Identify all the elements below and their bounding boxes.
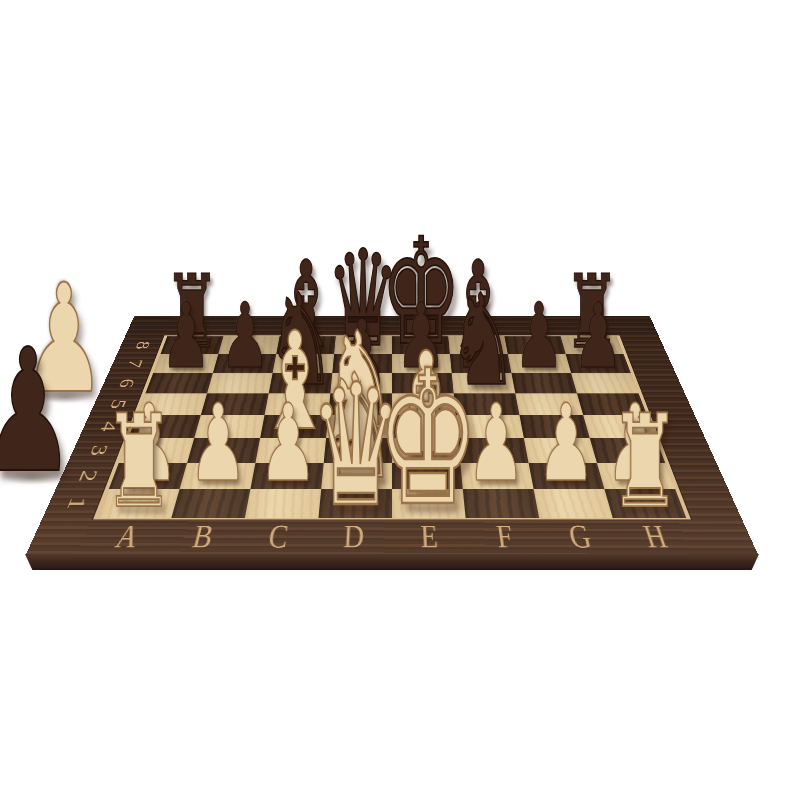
pieces-layer: ♜♝♛♚♝♜♟♟♟♟♟♟♞♟♞♝♞♟♝♟♟♟♞♟♟♟♜♛♚♜♟♟ xyxy=(0,0,800,800)
piece-white-rook-h1[interactable]: ♜ xyxy=(587,398,702,526)
captured-black-pawn[interactable]: ♟ xyxy=(0,326,104,496)
piece-black-pawn-h7[interactable]: ♟ xyxy=(557,291,638,381)
board-front-edge xyxy=(25,554,759,570)
piece-white-king-e1[interactable]: ♚ xyxy=(345,346,512,532)
